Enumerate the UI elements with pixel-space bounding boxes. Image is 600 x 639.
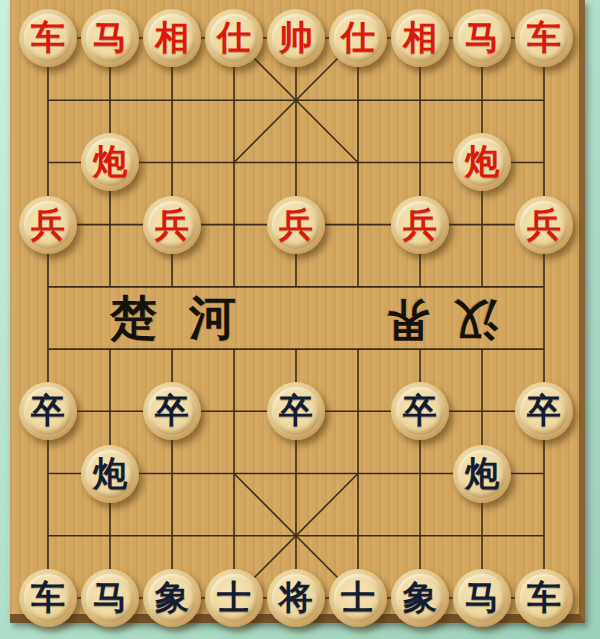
piece-character: 相	[403, 20, 437, 54]
piece-black-general[interactable]: 将	[267, 569, 325, 627]
piece-face: 兵	[24, 201, 72, 249]
piece-character: 卒	[31, 393, 65, 427]
piece-black-soldier[interactable]: 卒	[267, 382, 325, 440]
piece-red-soldier[interactable]: 兵	[391, 196, 449, 254]
piece-red-elephant[interactable]: 相	[143, 9, 201, 67]
piece-character: 炮	[465, 456, 499, 490]
piece-face: 卒	[148, 387, 196, 435]
piece-black-horse[interactable]: 马	[81, 569, 139, 627]
piece-face: 车	[24, 574, 72, 622]
piece-character: 象	[155, 580, 189, 614]
piece-character: 兵	[31, 207, 65, 241]
piece-character: 马	[465, 20, 499, 54]
river-label-han-jie: 汉界	[360, 298, 500, 342]
piece-face: 炮	[86, 138, 134, 186]
piece-red-soldier[interactable]: 兵	[267, 196, 325, 254]
piece-face: 卒	[396, 387, 444, 435]
piece-character: 卒	[155, 393, 189, 427]
piece-face: 象	[396, 574, 444, 622]
piece-character: 兵	[403, 207, 437, 241]
piece-character: 炮	[465, 144, 499, 178]
piece-character: 兵	[279, 207, 313, 241]
piece-black-soldier[interactable]: 卒	[19, 382, 77, 440]
piece-character: 卒	[279, 393, 313, 427]
piece-red-advisor[interactable]: 仕	[329, 9, 387, 67]
piece-character: 兵	[527, 207, 561, 241]
piece-face: 兵	[396, 201, 444, 249]
piece-black-cannon[interactable]: 炮	[81, 445, 139, 503]
piece-face: 士	[334, 574, 382, 622]
piece-character: 象	[403, 580, 437, 614]
piece-character: 卒	[527, 393, 561, 427]
piece-face: 将	[272, 574, 320, 622]
piece-red-chariot[interactable]: 车	[19, 9, 77, 67]
xiangqi-board[interactable]: 楚河 汉界 车马相仕帅仕相马车炮炮兵兵兵兵兵卒卒卒卒卒炮炮车马象士将士象马车	[10, 0, 585, 623]
window-background: 楚河 汉界 车马相仕帅仕相马车炮炮兵兵兵兵兵卒卒卒卒卒炮炮车马象士将士象马车	[0, 0, 600, 639]
piece-black-cannon[interactable]: 炮	[453, 445, 511, 503]
piece-red-chariot[interactable]: 车	[515, 9, 573, 67]
piece-face: 马	[458, 14, 506, 62]
piece-red-advisor[interactable]: 仕	[205, 9, 263, 67]
piece-face: 卒	[520, 387, 568, 435]
piece-red-elephant[interactable]: 相	[391, 9, 449, 67]
piece-face: 车	[520, 14, 568, 62]
piece-character: 士	[217, 580, 251, 614]
piece-face: 兵	[520, 201, 568, 249]
piece-red-horse[interactable]: 马	[453, 9, 511, 67]
piece-face: 象	[148, 574, 196, 622]
piece-character: 车	[31, 20, 65, 54]
piece-black-chariot[interactable]: 车	[19, 569, 77, 627]
piece-black-chariot[interactable]: 车	[515, 569, 573, 627]
piece-face: 卒	[272, 387, 320, 435]
piece-character: 炮	[93, 456, 127, 490]
piece-face: 马	[86, 574, 134, 622]
piece-face: 兵	[148, 201, 196, 249]
piece-character: 帅	[279, 20, 313, 54]
piece-face: 仕	[210, 14, 258, 62]
piece-black-elephant[interactable]: 象	[143, 569, 201, 627]
piece-face: 马	[86, 14, 134, 62]
piece-character: 车	[527, 580, 561, 614]
piece-black-soldier[interactable]: 卒	[391, 382, 449, 440]
piece-black-advisor[interactable]: 士	[205, 569, 263, 627]
piece-character: 车	[527, 20, 561, 54]
piece-character: 将	[279, 580, 313, 614]
piece-face: 帅	[272, 14, 320, 62]
piece-black-horse[interactable]: 马	[453, 569, 511, 627]
piece-character: 马	[93, 20, 127, 54]
piece-character: 士	[341, 580, 375, 614]
piece-face: 兵	[272, 201, 320, 249]
piece-face: 炮	[86, 450, 134, 498]
piece-red-soldier[interactable]: 兵	[19, 196, 77, 254]
piece-character: 卒	[403, 393, 437, 427]
piece-black-advisor[interactable]: 士	[329, 569, 387, 627]
piece-character: 马	[465, 580, 499, 614]
piece-face: 仕	[334, 14, 382, 62]
piece-character: 马	[93, 580, 127, 614]
piece-face: 卒	[24, 387, 72, 435]
piece-black-soldier[interactable]: 卒	[143, 382, 201, 440]
piece-character: 车	[31, 580, 65, 614]
piece-character: 仕	[217, 20, 251, 54]
piece-face: 相	[396, 14, 444, 62]
piece-black-soldier[interactable]: 卒	[515, 382, 573, 440]
piece-black-elephant[interactable]: 象	[391, 569, 449, 627]
piece-red-soldier[interactable]: 兵	[515, 196, 573, 254]
piece-face: 相	[148, 14, 196, 62]
piece-face: 车	[520, 574, 568, 622]
piece-red-horse[interactable]: 马	[81, 9, 139, 67]
piece-character: 兵	[155, 207, 189, 241]
piece-face: 炮	[458, 450, 506, 498]
piece-face: 炮	[458, 138, 506, 186]
piece-character: 相	[155, 20, 189, 54]
piece-character: 炮	[93, 144, 127, 178]
river-label-chu-he: 楚河	[110, 294, 268, 341]
piece-face: 士	[210, 574, 258, 622]
piece-face: 车	[24, 14, 72, 62]
piece-character: 仕	[341, 20, 375, 54]
piece-red-general[interactable]: 帅	[267, 9, 325, 67]
piece-red-soldier[interactable]: 兵	[143, 196, 201, 254]
piece-face: 马	[458, 574, 506, 622]
